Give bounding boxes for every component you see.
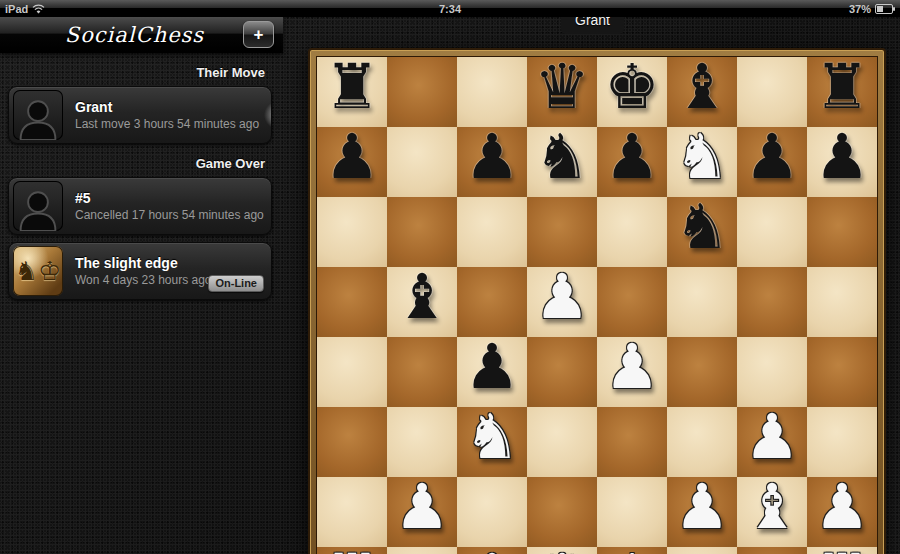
square-g5[interactable] (737, 267, 807, 337)
white-pawn: ♟ (394, 472, 450, 542)
square-c6[interactable] (457, 197, 527, 267)
black-pawn: ♟ (814, 122, 870, 192)
game-item-5[interactable]: #5 Cancelled 17 hours 54 minutes ago (8, 177, 272, 235)
square-a7[interactable]: ♟ (317, 127, 387, 197)
black-pawn: ♟ (744, 122, 800, 192)
square-g1[interactable] (737, 547, 807, 554)
square-d6[interactable] (527, 197, 597, 267)
square-e4[interactable]: ♟ (597, 337, 667, 407)
square-f8[interactable]: ♝ (667, 57, 737, 127)
white-pawn: ♟ (814, 472, 870, 542)
game-item-grant[interactable]: Grant Last move 3 hours 54 minutes ago (8, 86, 272, 144)
white-knight: ♞ (674, 122, 730, 192)
square-a4[interactable] (317, 337, 387, 407)
square-e2[interactable] (597, 477, 667, 547)
game-title: The slight edge (75, 255, 212, 271)
black-bishop: ♝ (674, 52, 730, 122)
square-c7[interactable]: ♟ (457, 127, 527, 197)
game-subtitle: Cancelled 17 hours 54 minutes ago (75, 208, 264, 222)
square-c8[interactable] (457, 57, 527, 127)
square-a1[interactable]: ♜ (317, 547, 387, 554)
black-knight: ♞ (534, 122, 590, 192)
square-a2[interactable] (317, 477, 387, 547)
square-g8[interactable] (737, 57, 807, 127)
square-c5[interactable] (457, 267, 527, 337)
square-g4[interactable] (737, 337, 807, 407)
avatar (13, 181, 63, 231)
black-king: ♚ (604, 52, 660, 122)
game-title: #5 (75, 190, 264, 206)
black-knight: ♞ (674, 192, 730, 262)
square-f7[interactable]: ♞ (667, 127, 737, 197)
square-b1[interactable] (387, 547, 457, 554)
black-rook: ♜ (324, 52, 380, 122)
square-a6[interactable] (317, 197, 387, 267)
square-g3[interactable]: ♟ (737, 407, 807, 477)
black-pawn: ♟ (464, 332, 520, 402)
game-title: Grant (75, 99, 259, 115)
square-h4[interactable] (807, 337, 877, 407)
square-d5[interactable]: ♟ (527, 267, 597, 337)
board-frame: ♜♛♚♝♜♟♟♞♟♞♟♟♞♝♟♟♟♞♟♟♟♝♟♜♝♛♚♜ (308, 48, 886, 554)
black-pawn: ♟ (324, 122, 380, 192)
chess-board: ♜♛♚♝♜♟♟♞♟♞♟♟♞♝♟♟♟♞♟♟♟♝♟♜♝♛♚♜ (316, 56, 878, 554)
square-f6[interactable]: ♞ (667, 197, 737, 267)
square-h7[interactable]: ♟ (807, 127, 877, 197)
square-c3[interactable]: ♞ (457, 407, 527, 477)
square-f3[interactable] (667, 407, 737, 477)
square-e3[interactable] (597, 407, 667, 477)
game-subtitle: Won 4 days 23 hours ago (75, 273, 212, 287)
square-b2[interactable]: ♟ (387, 477, 457, 547)
square-e7[interactable]: ♟ (597, 127, 667, 197)
app-header: SocialChess + (0, 17, 283, 53)
new-game-button[interactable]: + (243, 21, 274, 48)
white-pawn: ♟ (744, 402, 800, 472)
square-d2[interactable] (527, 477, 597, 547)
square-d8[interactable]: ♛ (527, 57, 597, 127)
square-b8[interactable] (387, 57, 457, 127)
square-b4[interactable] (387, 337, 457, 407)
square-b3[interactable] (387, 407, 457, 477)
section-header-game-over: Game Over (0, 156, 283, 171)
square-c4[interactable]: ♟ (457, 337, 527, 407)
square-d7[interactable]: ♞ (527, 127, 597, 197)
online-badge: On-Line (208, 275, 264, 292)
white-pawn: ♟ (604, 332, 660, 402)
square-a8[interactable]: ♜ (317, 57, 387, 127)
status-bar: iPad 7:34 37% (0, 0, 900, 17)
square-a5[interactable] (317, 267, 387, 337)
square-d4[interactable] (527, 337, 597, 407)
avatar (13, 90, 63, 140)
black-rook: ♜ (814, 52, 870, 122)
white-pawn: ♟ (674, 472, 730, 542)
square-b7[interactable] (387, 127, 457, 197)
square-b5[interactable]: ♝ (387, 267, 457, 337)
square-h3[interactable] (807, 407, 877, 477)
black-bishop: ♝ (394, 262, 450, 332)
square-h5[interactable] (807, 267, 877, 337)
square-e1[interactable]: ♚ (597, 547, 667, 554)
square-c1[interactable]: ♝ (457, 547, 527, 554)
square-f4[interactable] (667, 337, 737, 407)
square-g7[interactable]: ♟ (737, 127, 807, 197)
black-pawn: ♟ (604, 122, 660, 192)
square-e8[interactable]: ♚ (597, 57, 667, 127)
square-e6[interactable] (597, 197, 667, 267)
square-c2[interactable] (457, 477, 527, 547)
section-header-their-move: Their Move (0, 65, 283, 80)
white-pawn: ♟ (534, 262, 590, 332)
black-pawn: ♟ (464, 122, 520, 192)
game-subtitle: Last move 3 hours 54 minutes ago (75, 117, 259, 131)
square-f5[interactable] (667, 267, 737, 337)
square-d1[interactable]: ♛ (527, 547, 597, 554)
square-a3[interactable] (317, 407, 387, 477)
app-title: SocialChess (0, 23, 243, 47)
square-f2[interactable]: ♟ (667, 477, 737, 547)
status-time: 7:34 (0, 3, 900, 15)
square-f1[interactable] (667, 547, 737, 554)
square-e5[interactable] (597, 267, 667, 337)
square-g6[interactable] (737, 197, 807, 267)
square-g2[interactable]: ♝ (737, 477, 807, 547)
black-queen: ♛ (534, 52, 590, 122)
game-list: Their Move Grant Last move 3 hours 54 mi… (0, 53, 283, 307)
game-item-the-slight-edge[interactable]: ♞♔ The slight edge Won 4 days 23 hours a… (8, 242, 272, 300)
white-knight: ♞ (464, 402, 520, 472)
square-h6[interactable] (807, 197, 877, 267)
square-h8[interactable]: ♜ (807, 57, 877, 127)
square-h1[interactable]: ♜ (807, 547, 877, 554)
white-bishop: ♝ (744, 472, 800, 542)
square-d3[interactable] (527, 407, 597, 477)
square-h2[interactable]: ♟ (807, 477, 877, 547)
square-b6[interactable] (387, 197, 457, 267)
chess-photo-thumbnail: ♞♔ (13, 246, 63, 296)
